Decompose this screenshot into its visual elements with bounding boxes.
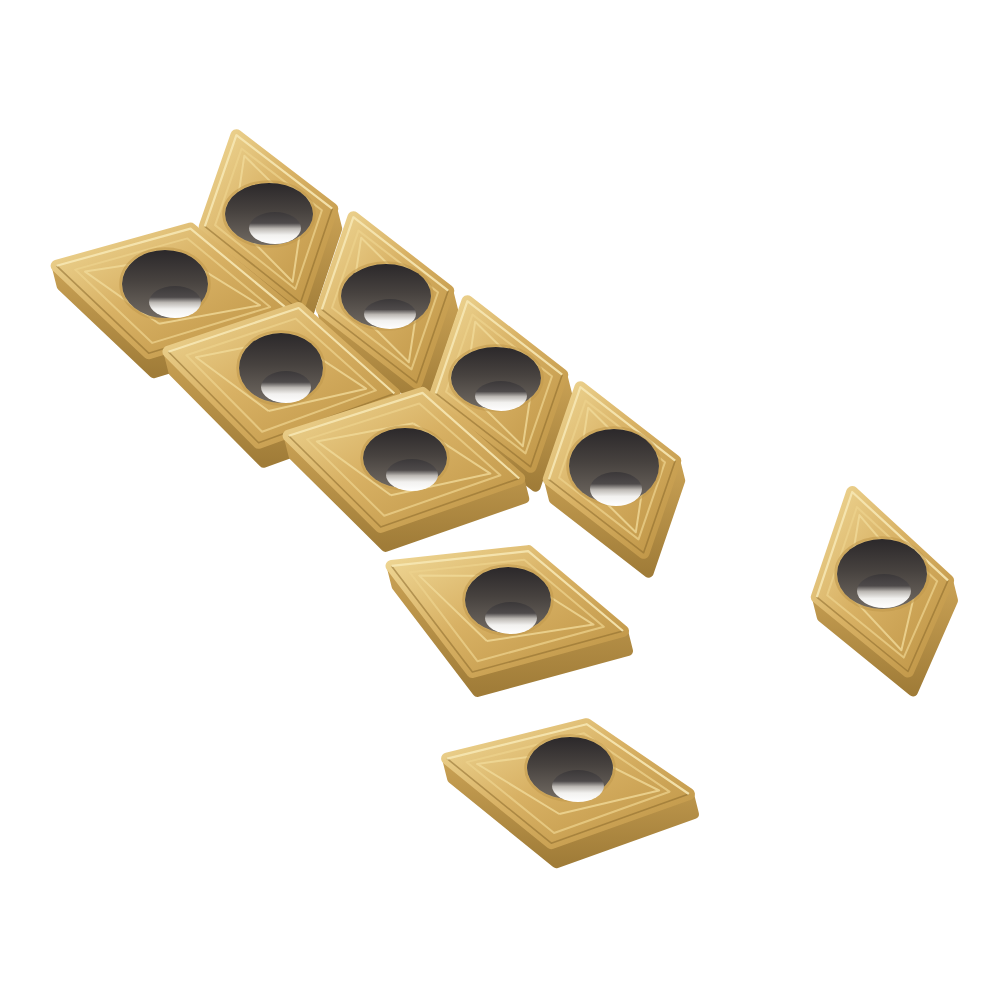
insert-9 <box>817 492 953 692</box>
insert-layer <box>57 135 953 863</box>
hole-through-bore <box>386 459 438 491</box>
hole-through-bore <box>552 770 604 802</box>
insert-10 <box>447 724 694 863</box>
insert-8 <box>392 551 629 692</box>
hole-through-bore <box>485 602 537 634</box>
product-photo <box>0 0 1000 1000</box>
hole-through-bore <box>261 371 311 403</box>
hole-through-bore <box>249 212 301 244</box>
hole-through-bore <box>149 286 201 318</box>
hole-through-bore <box>475 381 527 411</box>
hole-through-bore <box>857 574 911 608</box>
insert-7 <box>549 387 680 573</box>
hole-through-bore <box>364 299 416 329</box>
hole-through-bore <box>590 472 642 506</box>
inserts-illustration <box>0 0 1000 1000</box>
